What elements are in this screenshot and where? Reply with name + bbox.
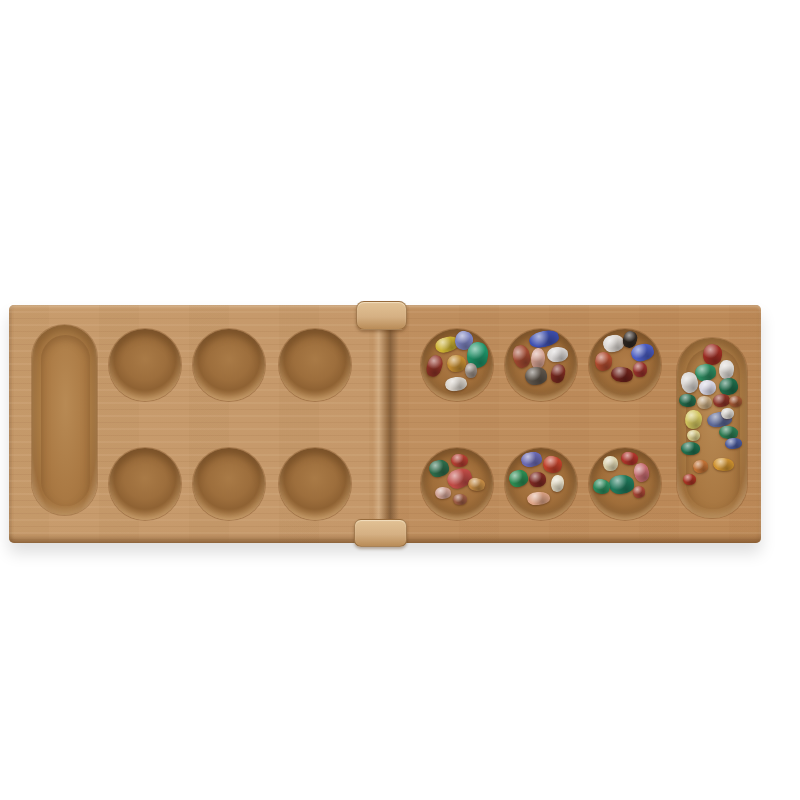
gem-stone[interactable] [632, 461, 650, 482]
gem-stone[interactable] [592, 477, 612, 495]
gem-stone[interactable] [683, 474, 696, 485]
cell-bottom-2 [187, 424, 271, 543]
cell-top-2 [187, 305, 271, 424]
gem-stone[interactable] [511, 343, 532, 369]
pit-top-4[interactable] [421, 329, 493, 401]
gem-stone[interactable] [467, 476, 486, 492]
gem-stone[interactable] [527, 491, 551, 506]
gem-stone[interactable] [729, 396, 742, 407]
cell-bottom-5 [499, 424, 583, 543]
cell-bottom-3 [271, 424, 359, 543]
gem-stone[interactable] [721, 408, 734, 419]
left-store-pit[interactable] [32, 325, 97, 515]
gem-stone[interactable] [633, 362, 647, 377]
gem-stone[interactable] [699, 380, 716, 395]
gem-stone[interactable] [524, 366, 547, 385]
left-store-recess [41, 335, 90, 506]
right-store-cell [667, 305, 761, 543]
cell-top-4 [415, 305, 499, 424]
gem-stone[interactable] [595, 351, 613, 371]
gem-stone[interactable] [549, 362, 567, 384]
cell-bottom-4 [415, 424, 499, 543]
pit-bottom-2[interactable] [193, 448, 265, 520]
hinge-knuckle-top [356, 301, 407, 330]
pit-bottom-1[interactable] [109, 448, 181, 520]
gem-stone[interactable] [550, 474, 565, 492]
gem-stone[interactable] [547, 346, 569, 362]
gem-stone[interactable] [542, 454, 564, 474]
pit-bottom-4[interactable] [421, 448, 493, 520]
pit-bottom-6[interactable] [589, 448, 661, 520]
right-store-pit[interactable] [677, 338, 747, 518]
gem-stone[interactable] [507, 467, 530, 488]
gem-stone[interactable] [451, 453, 469, 467]
product-photo-background [0, 0, 800, 800]
gem-stone[interactable] [610, 365, 634, 383]
gem-stone[interactable] [520, 450, 543, 468]
hinge-knuckle-bottom [354, 519, 407, 547]
gem-stone[interactable] [687, 430, 700, 441]
cell-top-1 [103, 305, 187, 424]
pit-top-5[interactable] [505, 329, 577, 401]
gem-stone[interactable] [435, 487, 451, 499]
mancala-board [9, 305, 761, 543]
cell-top-5 [499, 305, 583, 424]
gem-stone[interactable] [447, 355, 466, 372]
gem-stone[interactable] [608, 474, 634, 495]
pit-top-2[interactable] [193, 329, 265, 401]
gem-stone[interactable] [713, 457, 735, 471]
gem-stone[interactable] [603, 456, 618, 471]
gem-stone[interactable] [465, 363, 477, 378]
gem-stone[interactable] [697, 396, 712, 409]
gem-stone[interactable] [681, 442, 700, 455]
pit-bottom-3[interactable] [279, 448, 351, 520]
left-store-cell [9, 305, 103, 543]
pit-bottom-5[interactable] [505, 448, 577, 520]
pit-top-3[interactable] [279, 329, 351, 401]
cell-bottom-6 [583, 424, 667, 543]
gem-stone[interactable] [530, 347, 545, 369]
gem-stone[interactable] [444, 375, 467, 391]
cell-bottom-1 [103, 424, 187, 543]
pit-top-1[interactable] [109, 329, 181, 401]
gem-stone[interactable] [633, 486, 645, 498]
gem-stone[interactable] [424, 353, 445, 379]
gem-stone[interactable] [453, 494, 467, 505]
gem-stone[interactable] [529, 472, 546, 487]
cell-top-6 [583, 305, 667, 424]
cell-top-3 [271, 305, 359, 424]
pit-top-6[interactable] [589, 329, 661, 401]
fold-seam [373, 305, 399, 543]
